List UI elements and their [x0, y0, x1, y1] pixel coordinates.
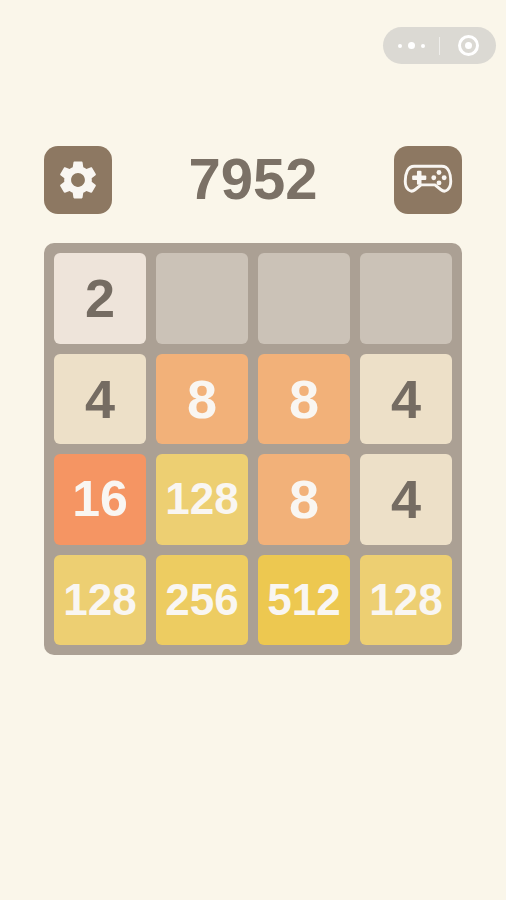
more-dots-icon [421, 44, 425, 48]
gamepad-icon [402, 160, 454, 200]
tile-r4c2: 256 [156, 555, 248, 646]
gear-icon [55, 157, 101, 203]
settings-button[interactable] [44, 146, 112, 214]
board-2048[interactable]: 2 4 8 8 4 16 128 8 4 128 256 512 128 [44, 243, 462, 655]
tile-r3c4: 4 [360, 454, 452, 545]
tile-r1c2 [156, 253, 248, 344]
tile-r3c1: 16 [54, 454, 146, 545]
tile-r1c3 [258, 253, 350, 344]
score: 7952 [113, 146, 393, 214]
tile-r3c3: 8 [258, 454, 350, 545]
tile-r2c4: 4 [360, 354, 452, 445]
tile-r1c4 [360, 253, 452, 344]
miniprogram-capsule [383, 27, 496, 64]
exit-button[interactable] [440, 27, 496, 64]
more-dots-icon [408, 42, 415, 49]
tile-r2c2: 8 [156, 354, 248, 445]
more-button[interactable] [383, 27, 439, 64]
tile-r4c1: 128 [54, 555, 146, 646]
games-button[interactable] [394, 146, 462, 214]
tile-r2c3: 8 [258, 354, 350, 445]
record-circle-icon [458, 35, 479, 56]
app-screen: 7952 2 4 8 8 4 16 128 8 4 128 256 512 [0, 0, 506, 900]
tile-r3c2: 128 [156, 454, 248, 545]
more-dots-icon [398, 44, 402, 48]
tile-r1c1: 2 [54, 253, 146, 344]
tile-r4c3: 512 [258, 555, 350, 646]
tile-r2c1: 4 [54, 354, 146, 445]
tile-r4c4: 128 [360, 555, 452, 646]
